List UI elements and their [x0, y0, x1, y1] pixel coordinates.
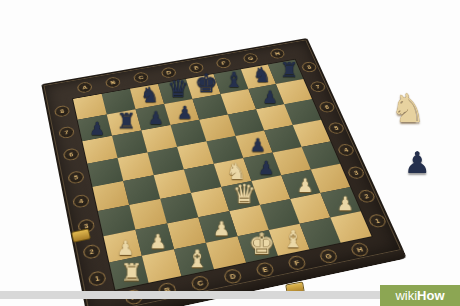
white-pawn-d2[interactable]: ♟	[213, 219, 231, 238]
black-pawn-f5[interactable]: ♟	[250, 136, 266, 154]
white-bishop-c1[interactable]: ♝	[186, 247, 208, 271]
black-rook-b7[interactable]: ♜	[117, 111, 137, 133]
square-c1[interactable]: ♝	[174, 243, 214, 276]
coord-rank-7-right: 7	[309, 80, 327, 92]
coord-file-f-front: F	[287, 255, 308, 272]
coord-rank-5-right: 5	[327, 121, 346, 134]
coord-rank-1-right: 1	[367, 213, 388, 229]
chess-board-scene: ♞♛♚♝♞♜♟♜♟♟♟♟♞♟♛♟♟♟♟♟♜♝♚♝ AABBCCDDEEFFGGH…	[41, 38, 404, 306]
square-f8[interactable]: ♝	[214, 69, 249, 94]
black-pawn-c7[interactable]: ♟	[148, 109, 164, 127]
coord-file-e-front: E	[255, 261, 276, 278]
square-a6[interactable]	[82, 136, 117, 164]
white-king-e1[interactable]: ♚	[248, 229, 275, 259]
white-rook-a1[interactable]: ♜	[121, 261, 143, 286]
white-pawn-h2[interactable]: ♟	[337, 194, 354, 213]
screenshot-stage: ♞♛♚♝♞♜♟♜♟♟♟♟♞♟♛♟♟♟♟♟♜♝♚♝ AABBCCDDEEFFGGH…	[0, 0, 460, 306]
coord-file-h-front: H	[349, 242, 370, 258]
coord-rank-4-right: 4	[336, 143, 355, 157]
white-queen-e3[interactable]: ♛	[232, 181, 256, 207]
coord-rank-4-left: 4	[72, 194, 90, 209]
coord-rank-3-right: 3	[346, 165, 366, 179]
coord-rank-8-right: 8	[300, 61, 318, 73]
black-rook-h8[interactable]: ♜	[280, 60, 299, 81]
black-pawn-f4[interactable]: ♟	[258, 159, 275, 177]
square-e8[interactable]: ♚	[186, 74, 221, 99]
coord-rank-6-right: 6	[318, 101, 336, 114]
white-pawn-g3[interactable]: ♟	[297, 176, 314, 195]
black-knight-g8[interactable]: ♞	[253, 65, 272, 86]
coord-rank-2-right: 2	[357, 189, 377, 204]
square-b7[interactable]: ♜	[107, 109, 142, 136]
coord-file-a-back: A	[76, 81, 93, 93]
coord-rank-2-left: 2	[82, 244, 101, 260]
black-bishop-f8[interactable]: ♝	[225, 70, 244, 91]
coord-rank-8-left: 8	[54, 105, 71, 118]
black-pawn-a7[interactable]: ♟	[89, 120, 105, 138]
wikihow-logo-suffix: How	[417, 288, 444, 303]
black-pawn-g7[interactable]: ♟	[262, 89, 278, 106]
square-d3[interactable]	[191, 187, 229, 217]
coord-rank-6-left: 6	[63, 148, 80, 162]
square-h6[interactable]	[284, 99, 321, 125]
wikihow-logo: wikiHow	[380, 285, 460, 306]
coord-file-d-front: D	[223, 268, 244, 285]
board-frame: ♞♛♚♝♞♜♟♜♟♟♟♟♞♟♛♟♟♟♟♟♜♝♚♝ AABBCCDDEEFFGGH…	[41, 38, 404, 306]
coord-file-b-back: B	[105, 76, 122, 88]
coord-rank-1-left: 1	[88, 270, 107, 287]
white-pawn-b2[interactable]: ♟	[149, 232, 167, 252]
captured-white-knight[interactable]: ♞	[390, 88, 426, 128]
square-c8[interactable]: ♞	[130, 84, 164, 109]
square-f4[interactable]: ♟	[243, 152, 281, 181]
coord-file-c-front: C	[190, 275, 210, 292]
white-pawn-a2[interactable]: ♟	[117, 239, 135, 259]
coord-rank-7-left: 7	[58, 126, 75, 140]
white-bishop-f1[interactable]: ♝	[283, 228, 305, 252]
black-knight-c8[interactable]: ♞	[140, 85, 159, 106]
black-queen-d8[interactable]: ♛	[167, 77, 189, 101]
captured-black-pawn[interactable]: ♟	[404, 148, 431, 178]
black-pawn-d7[interactable]: ♟	[177, 104, 193, 122]
square-d8[interactable]: ♛	[158, 79, 192, 104]
square-g8[interactable]: ♞	[241, 64, 276, 88]
wikihow-logo-prefix: wiki	[395, 288, 417, 303]
coord-file-g-front: G	[318, 248, 339, 265]
square-e3[interactable]: ♛	[221, 181, 260, 211]
square-a1[interactable]: ♜	[109, 256, 148, 290]
coord-rank-5-left: 5	[67, 170, 85, 185]
black-king-e8[interactable]: ♚	[195, 70, 218, 96]
coord-file-c-back: C	[133, 71, 150, 83]
square-e1[interactable]: ♚	[238, 230, 278, 263]
